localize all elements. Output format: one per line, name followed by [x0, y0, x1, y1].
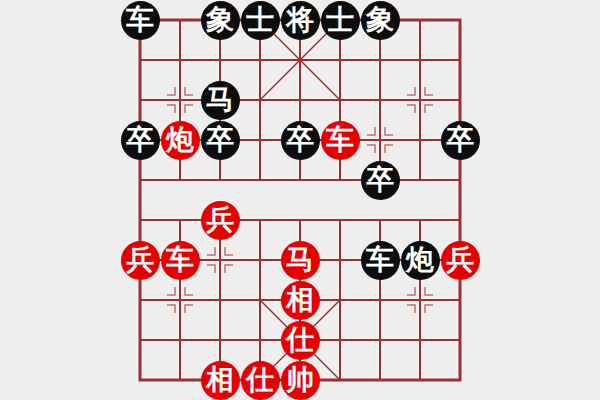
red-soldier-piece[interactable]: 兵: [441, 241, 480, 280]
black-soldier-piece[interactable]: 卒: [361, 161, 400, 200]
board-cell[interactable]: [320, 40, 360, 80]
black-elephant-piece[interactable]: 象: [201, 1, 240, 40]
board-cell[interactable]: [400, 200, 440, 240]
board-cell[interactable]: [400, 360, 440, 400]
board-cell[interactable]: 象: [200, 0, 240, 40]
board-cell[interactable]: [320, 280, 360, 320]
board-cell[interactable]: 士: [240, 0, 280, 40]
board-cell[interactable]: [440, 280, 480, 320]
black-horse-piece[interactable]: 马: [201, 81, 240, 120]
board-cell[interactable]: [360, 320, 400, 360]
red-chariot-piece[interactable]: 车: [161, 241, 200, 280]
board-cell[interactable]: [400, 40, 440, 80]
board-cell[interactable]: 象: [360, 0, 400, 40]
board-cell[interactable]: [120, 200, 160, 240]
board-cell[interactable]: [240, 320, 280, 360]
board-cell[interactable]: [360, 280, 400, 320]
red-soldier-piece[interactable]: 兵: [121, 241, 160, 280]
board-cell[interactable]: [240, 280, 280, 320]
board-cell[interactable]: 卒: [120, 120, 160, 160]
board-cell[interactable]: [400, 320, 440, 360]
board-cell[interactable]: [120, 40, 160, 80]
board-cell[interactable]: 仕: [240, 360, 280, 400]
board-cell[interactable]: [440, 80, 480, 120]
board-cell[interactable]: [360, 200, 400, 240]
xiangqi-board: 车象士将士象马卒炮卒卒车卒卒兵兵车马车炮兵相仕相仕帅: [0, 0, 600, 400]
board-cell[interactable]: [240, 200, 280, 240]
board-cell[interactable]: 将: [280, 0, 320, 40]
board-cell[interactable]: [280, 80, 320, 120]
board-cell[interactable]: [160, 40, 200, 80]
board-cell[interactable]: [200, 280, 240, 320]
board-cell[interactable]: 马: [280, 240, 320, 280]
board-cell[interactable]: [280, 200, 320, 240]
board-cell[interactable]: [360, 40, 400, 80]
board-cell[interactable]: 卒: [440, 120, 480, 160]
board-cell[interactable]: [440, 160, 480, 200]
board-cell[interactable]: 马: [200, 80, 240, 120]
board-cell[interactable]: [120, 360, 160, 400]
board-cell[interactable]: [400, 0, 440, 40]
board-cell[interactable]: [440, 40, 480, 80]
black-soldier-piece[interactable]: 卒: [281, 121, 320, 160]
board-cell[interactable]: [240, 160, 280, 200]
board-cell[interactable]: [200, 40, 240, 80]
board-cell[interactable]: [120, 320, 160, 360]
board-cell[interactable]: 兵: [120, 240, 160, 280]
board-cell[interactable]: 车: [120, 0, 160, 40]
board-cell[interactable]: 卒: [280, 120, 320, 160]
black-elephant-piece[interactable]: 象: [361, 1, 400, 40]
board-cell[interactable]: [440, 360, 480, 400]
red-chariot-piece[interactable]: 车: [321, 121, 360, 160]
black-soldier-piece[interactable]: 卒: [441, 121, 480, 160]
black-general-piece[interactable]: 将: [281, 1, 320, 40]
black-advisor-piece[interactable]: 士: [321, 1, 360, 40]
board-cell[interactable]: 仕: [280, 320, 320, 360]
board-cell[interactable]: [400, 280, 440, 320]
board-cell[interactable]: [400, 80, 440, 120]
board-cell[interactable]: [160, 280, 200, 320]
board-cell[interactable]: [240, 80, 280, 120]
board-cell[interactable]: [440, 320, 480, 360]
board-cell[interactable]: [440, 200, 480, 240]
board-cell[interactable]: [120, 160, 160, 200]
board-cell[interactable]: [360, 120, 400, 160]
board-cell[interactable]: [200, 160, 240, 200]
board-cell[interactable]: [200, 320, 240, 360]
board-cell[interactable]: [320, 80, 360, 120]
board-cell[interactable]: [400, 120, 440, 160]
board-cell[interactable]: [160, 360, 200, 400]
board-cell[interactable]: 炮: [400, 240, 440, 280]
board-cell[interactable]: [160, 80, 200, 120]
board-cell[interactable]: [120, 280, 160, 320]
black-chariot-piece[interactable]: 车: [361, 241, 400, 280]
board-cells: 车象士将士象马卒炮卒卒车卒卒兵兵车马车炮兵相仕相仕帅: [120, 0, 480, 400]
red-cannon-piece[interactable]: 炮: [161, 121, 200, 160]
board-cell[interactable]: [280, 160, 320, 200]
board-cell[interactable]: 兵: [200, 200, 240, 240]
board-cell[interactable]: [160, 200, 200, 240]
board-cell[interactable]: 兵: [440, 240, 480, 280]
board-cell[interactable]: [400, 160, 440, 200]
board-cell[interactable]: [360, 80, 400, 120]
board-cell[interactable]: [240, 120, 280, 160]
red-elephant-piece[interactable]: 相: [201, 361, 240, 400]
board-cell[interactable]: [320, 200, 360, 240]
board-cell[interactable]: [360, 360, 400, 400]
board-cell[interactable]: [200, 240, 240, 280]
board-cell[interactable]: [120, 80, 160, 120]
board-cell[interactable]: 帅: [280, 360, 320, 400]
board-cell[interactable]: [160, 0, 200, 40]
black-soldier-piece[interactable]: 卒: [121, 121, 160, 160]
red-advisor-piece[interactable]: 仕: [241, 361, 280, 400]
red-elephant-piece[interactable]: 相: [281, 281, 320, 320]
black-advisor-piece[interactable]: 士: [241, 1, 280, 40]
board-cell[interactable]: 车: [360, 240, 400, 280]
board-cell[interactable]: [160, 320, 200, 360]
board-cell[interactable]: [440, 0, 480, 40]
board-cell[interactable]: 卒: [200, 120, 240, 160]
red-general-piece[interactable]: 帅: [281, 361, 320, 400]
red-horse-piece[interactable]: 马: [281, 241, 320, 280]
board-cell[interactable]: [240, 40, 280, 80]
black-soldier-piece[interactable]: 卒: [201, 121, 240, 160]
board-cell[interactable]: [320, 160, 360, 200]
board-cell[interactable]: [160, 160, 200, 200]
board-cell[interactable]: [280, 40, 320, 80]
board-cell[interactable]: [320, 320, 360, 360]
board-cell[interactable]: 相: [280, 280, 320, 320]
board-cell[interactable]: 炮: [160, 120, 200, 160]
board-cell[interactable]: 相: [200, 360, 240, 400]
board-cell[interactable]: [320, 360, 360, 400]
board-cell[interactable]: 车: [320, 120, 360, 160]
board-cell[interactable]: 士: [320, 0, 360, 40]
board-cell[interactable]: 车: [160, 240, 200, 280]
board-cell[interactable]: 卒: [360, 160, 400, 200]
black-cannon-piece[interactable]: 炮: [401, 241, 440, 280]
board-cell[interactable]: [320, 240, 360, 280]
red-soldier-piece[interactable]: 兵: [201, 201, 240, 240]
board-cell[interactable]: [240, 240, 280, 280]
black-chariot-piece[interactable]: 车: [121, 1, 160, 40]
red-advisor-piece[interactable]: 仕: [281, 321, 320, 360]
